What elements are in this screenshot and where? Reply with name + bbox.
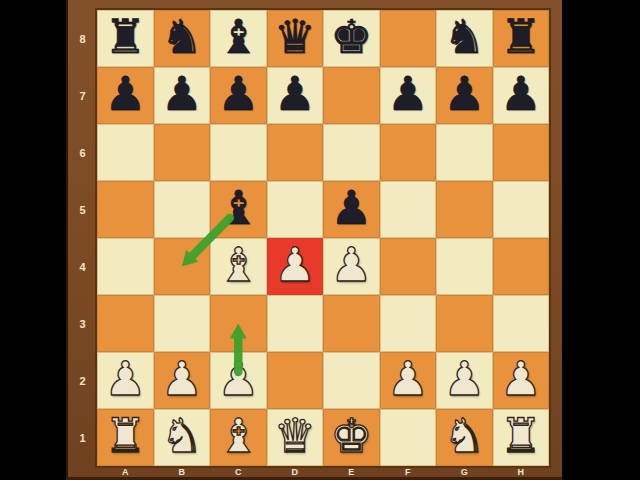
piece-black-queen: ♛	[274, 13, 316, 60]
square-d8[interactable]: ♛	[267, 10, 324, 67]
rank-label-6: 6	[68, 124, 97, 181]
square-f1[interactable]	[380, 409, 437, 466]
chess-app-window: 87654321 ABCDEFGH ♜♞♝♛♚♞♜♟♟♟♟♟♟♟♝♟♝♟♟♟♟♟…	[0, 0, 640, 480]
piece-white-rook: ♜	[104, 412, 146, 459]
square-g1[interactable]: ♞	[436, 409, 493, 466]
square-g2[interactable]: ♟	[436, 352, 493, 409]
square-e3[interactable]	[323, 295, 380, 352]
square-e8[interactable]: ♚	[323, 10, 380, 67]
square-a2[interactable]: ♟	[97, 352, 154, 409]
square-b1[interactable]: ♞	[154, 409, 211, 466]
piece-white-pawn: ♟	[330, 241, 372, 288]
square-c4[interactable]: ♝	[210, 238, 267, 295]
piece-white-pawn: ♟	[274, 241, 316, 288]
piece-white-rook: ♜	[500, 412, 542, 459]
square-d4[interactable]: ♟	[267, 238, 324, 295]
rank-label-5: 5	[68, 181, 97, 238]
piece-white-pawn: ♟	[387, 355, 429, 402]
square-b7[interactable]: ♟	[154, 67, 211, 124]
square-c1[interactable]: ♝	[210, 409, 267, 466]
piece-black-bishop: ♝	[217, 13, 259, 60]
file-label-e: E	[323, 466, 380, 477]
rank-label-2: 2	[68, 352, 97, 409]
square-c6[interactable]	[210, 124, 267, 181]
square-h6[interactable]	[493, 124, 550, 181]
square-f6[interactable]	[380, 124, 437, 181]
square-h1[interactable]: ♜	[493, 409, 550, 466]
square-a6[interactable]	[97, 124, 154, 181]
right-letterbox-bar	[560, 0, 640, 480]
piece-white-pawn: ♟	[161, 355, 203, 402]
piece-black-pawn: ♟	[443, 70, 485, 117]
square-g8[interactable]: ♞	[436, 10, 493, 67]
square-h5[interactable]	[493, 181, 550, 238]
piece-white-queen: ♛	[274, 412, 316, 459]
piece-white-knight: ♞	[443, 412, 485, 459]
left-letterbox-bar	[0, 0, 66, 480]
square-e5[interactable]: ♟	[323, 181, 380, 238]
square-e4[interactable]: ♟	[323, 238, 380, 295]
file-label-b: B	[154, 466, 211, 477]
square-d3[interactable]	[267, 295, 324, 352]
square-e2[interactable]	[323, 352, 380, 409]
piece-black-king: ♚	[330, 13, 372, 60]
piece-black-bishop: ♝	[217, 184, 259, 231]
piece-white-king: ♚	[330, 412, 372, 459]
square-b3[interactable]	[154, 295, 211, 352]
piece-black-pawn: ♟	[104, 70, 146, 117]
file-label-a: A	[97, 466, 154, 477]
piece-black-pawn: ♟	[274, 70, 316, 117]
square-h2[interactable]: ♟	[493, 352, 550, 409]
piece-black-pawn: ♟	[330, 184, 372, 231]
file-label-d: D	[267, 466, 324, 477]
rank-label-7: 7	[68, 67, 97, 124]
square-d1[interactable]: ♛	[267, 409, 324, 466]
square-c5[interactable]: ♝	[210, 181, 267, 238]
square-g4[interactable]	[436, 238, 493, 295]
square-c8[interactable]: ♝	[210, 10, 267, 67]
square-h8[interactable]: ♜	[493, 10, 550, 67]
rank-label-3: 3	[68, 295, 97, 352]
piece-white-knight: ♞	[161, 412, 203, 459]
file-label-g: G	[436, 466, 493, 477]
square-g6[interactable]	[436, 124, 493, 181]
square-a4[interactable]	[97, 238, 154, 295]
square-g3[interactable]	[436, 295, 493, 352]
piece-white-pawn: ♟	[217, 355, 259, 402]
square-f7[interactable]: ♟	[380, 67, 437, 124]
square-d5[interactable]	[267, 181, 324, 238]
square-a3[interactable]	[97, 295, 154, 352]
square-b5[interactable]	[154, 181, 211, 238]
rank-label-8: 8	[68, 10, 97, 67]
square-d2[interactable]	[267, 352, 324, 409]
square-e1[interactable]: ♚	[323, 409, 380, 466]
square-b4[interactable]	[154, 238, 211, 295]
square-h3[interactable]	[493, 295, 550, 352]
file-label-c: C	[210, 466, 267, 477]
rank-label-1: 1	[68, 409, 97, 466]
square-a5[interactable]	[97, 181, 154, 238]
chess-board: ♜♞♝♛♚♞♜♟♟♟♟♟♟♟♝♟♝♟♟♟♟♟♟♟♟♜♞♝♛♚♞♜	[97, 10, 549, 466]
piece-black-knight: ♞	[161, 13, 203, 60]
piece-black-rook: ♜	[500, 13, 542, 60]
file-label-f: F	[380, 466, 437, 477]
rank-label-4: 4	[68, 238, 97, 295]
square-d7[interactable]: ♟	[267, 67, 324, 124]
square-b8[interactable]: ♞	[154, 10, 211, 67]
square-b6[interactable]	[154, 124, 211, 181]
square-h4[interactable]	[493, 238, 550, 295]
piece-white-bishop: ♝	[217, 241, 259, 288]
square-a1[interactable]: ♜	[97, 409, 154, 466]
square-e7[interactable]	[323, 67, 380, 124]
square-f2[interactable]: ♟	[380, 352, 437, 409]
piece-black-pawn: ♟	[161, 70, 203, 117]
piece-black-pawn: ♟	[387, 70, 429, 117]
piece-black-rook: ♜	[104, 13, 146, 60]
square-e6[interactable]	[323, 124, 380, 181]
piece-white-pawn: ♟	[500, 355, 542, 402]
square-f4[interactable]	[380, 238, 437, 295]
file-label-h: H	[493, 466, 550, 477]
piece-white-pawn: ♟	[443, 355, 485, 402]
square-f5[interactable]	[380, 181, 437, 238]
square-h7[interactable]: ♟	[493, 67, 550, 124]
square-d6[interactable]	[267, 124, 324, 181]
square-a8[interactable]: ♜	[97, 10, 154, 67]
file-labels: ABCDEFGH	[97, 466, 549, 477]
piece-white-pawn: ♟	[104, 355, 146, 402]
piece-white-bishop: ♝	[217, 412, 259, 459]
square-a7[interactable]: ♟	[97, 67, 154, 124]
square-c3[interactable]	[210, 295, 267, 352]
rank-labels: 87654321	[68, 10, 97, 466]
square-b2[interactable]: ♟	[154, 352, 211, 409]
square-c2[interactable]: ♟	[210, 352, 267, 409]
piece-black-knight: ♞	[443, 13, 485, 60]
square-c7[interactable]: ♟	[210, 67, 267, 124]
square-f3[interactable]	[380, 295, 437, 352]
piece-black-pawn: ♟	[500, 70, 542, 117]
square-g5[interactable]	[436, 181, 493, 238]
piece-black-pawn: ♟	[217, 70, 259, 117]
square-f8[interactable]	[380, 10, 437, 67]
square-g7[interactable]: ♟	[436, 67, 493, 124]
